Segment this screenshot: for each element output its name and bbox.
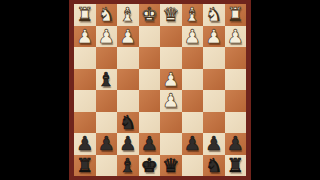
square-g7[interactable]: ♟ xyxy=(96,133,118,155)
piece-black-knight-icon: ♞ xyxy=(205,155,222,176)
square-a4[interactable] xyxy=(225,69,247,91)
piece-white-rook-icon: ♜ xyxy=(227,4,244,25)
piece-white-queen-icon: ♛ xyxy=(162,4,179,25)
square-d3[interactable] xyxy=(160,47,182,69)
square-e8[interactable]: ♚ xyxy=(139,155,161,177)
square-h8[interactable]: ♜ xyxy=(74,155,96,177)
square-e3[interactable] xyxy=(139,47,161,69)
piece-white-rook-icon: ♜ xyxy=(76,4,93,25)
square-d4[interactable]: ♟ xyxy=(160,69,182,91)
piece-white-knight-icon: ♞ xyxy=(205,4,222,25)
square-g5[interactable] xyxy=(96,90,118,112)
square-c5[interactable] xyxy=(182,90,204,112)
square-a7[interactable]: ♟ xyxy=(225,133,247,155)
square-b1[interactable]: ♞ xyxy=(203,4,225,26)
piece-black-bishop-icon: ♝ xyxy=(119,155,136,176)
square-d7[interactable] xyxy=(160,133,182,155)
square-e7[interactable]: ♟ xyxy=(139,133,161,155)
square-g4[interactable]: ♝ xyxy=(96,69,118,91)
square-d6[interactable] xyxy=(160,112,182,134)
square-c3[interactable] xyxy=(182,47,204,69)
piece-black-rook-icon: ♜ xyxy=(76,155,93,176)
square-e4[interactable] xyxy=(139,69,161,91)
square-b6[interactable] xyxy=(203,112,225,134)
square-e1[interactable]: ♚ xyxy=(139,4,161,26)
square-a1[interactable]: ♜ xyxy=(225,4,247,26)
square-e6[interactable] xyxy=(139,112,161,134)
video-frame: ♜♞♝♚♛♝♞♜♟♟♟♟♟♟♝♟♟♞♟♟♟♟♟♟♟♜♝♚♛♞♜ xyxy=(0,0,320,180)
square-c4[interactable] xyxy=(182,69,204,91)
piece-black-pawn-icon: ♟ xyxy=(141,133,158,154)
square-b7[interactable]: ♟ xyxy=(203,133,225,155)
square-b4[interactable] xyxy=(203,69,225,91)
square-a2[interactable]: ♟ xyxy=(225,26,247,48)
square-g2[interactable]: ♟ xyxy=(96,26,118,48)
piece-black-king-icon: ♚ xyxy=(141,155,158,176)
square-d2[interactable] xyxy=(160,26,182,48)
square-g1[interactable]: ♞ xyxy=(96,4,118,26)
board-frame: ♜♞♝♚♛♝♞♜♟♟♟♟♟♟♝♟♟♞♟♟♟♟♟♟♟♜♝♚♛♞♜ xyxy=(69,0,251,180)
square-f4[interactable] xyxy=(117,69,139,91)
square-f6[interactable]: ♞ xyxy=(117,112,139,134)
piece-white-bishop-icon: ♝ xyxy=(184,4,201,25)
square-f7[interactable]: ♟ xyxy=(117,133,139,155)
piece-black-knight-icon: ♞ xyxy=(119,112,136,133)
square-c1[interactable]: ♝ xyxy=(182,4,204,26)
square-h3[interactable] xyxy=(74,47,96,69)
square-b3[interactable] xyxy=(203,47,225,69)
square-f3[interactable] xyxy=(117,47,139,69)
square-h5[interactable] xyxy=(74,90,96,112)
square-h1[interactable]: ♜ xyxy=(74,4,96,26)
piece-black-pawn-icon: ♟ xyxy=(184,133,201,154)
square-d1[interactable]: ♛ xyxy=(160,4,182,26)
square-f2[interactable]: ♟ xyxy=(117,26,139,48)
piece-white-pawn-icon: ♟ xyxy=(162,69,179,90)
piece-white-bishop-icon: ♝ xyxy=(119,4,136,25)
square-c7[interactable]: ♟ xyxy=(182,133,204,155)
square-d8[interactable]: ♛ xyxy=(160,155,182,177)
square-h6[interactable] xyxy=(74,112,96,134)
piece-black-pawn-icon: ♟ xyxy=(76,133,93,154)
piece-black-bishop-icon: ♝ xyxy=(98,69,115,90)
square-c2[interactable]: ♟ xyxy=(182,26,204,48)
square-g8[interactable] xyxy=(96,155,118,177)
square-e2[interactable] xyxy=(139,26,161,48)
piece-white-pawn-icon: ♟ xyxy=(162,90,179,111)
square-d5[interactable]: ♟ xyxy=(160,90,182,112)
chess-board: ♜♞♝♚♛♝♞♜♟♟♟♟♟♟♝♟♟♞♟♟♟♟♟♟♟♜♝♚♛♞♜ xyxy=(74,4,246,176)
square-b5[interactable] xyxy=(203,90,225,112)
square-h7[interactable]: ♟ xyxy=(74,133,96,155)
piece-white-pawn-icon: ♟ xyxy=(76,26,93,47)
square-a8[interactable]: ♜ xyxy=(225,155,247,177)
square-g6[interactable] xyxy=(96,112,118,134)
square-f8[interactable]: ♝ xyxy=(117,155,139,177)
piece-white-king-icon: ♚ xyxy=(141,4,158,25)
piece-black-rook-icon: ♜ xyxy=(227,155,244,176)
piece-black-pawn-icon: ♟ xyxy=(119,133,136,154)
square-a6[interactable] xyxy=(225,112,247,134)
square-e5[interactable] xyxy=(139,90,161,112)
piece-white-knight-icon: ♞ xyxy=(98,4,115,25)
square-h2[interactable]: ♟ xyxy=(74,26,96,48)
piece-white-pawn-icon: ♟ xyxy=(119,26,136,47)
square-a5[interactable] xyxy=(225,90,247,112)
square-f1[interactable]: ♝ xyxy=(117,4,139,26)
piece-black-pawn-icon: ♟ xyxy=(98,133,115,154)
piece-black-pawn-icon: ♟ xyxy=(205,133,222,154)
piece-black-pawn-icon: ♟ xyxy=(227,133,244,154)
square-f5[interactable] xyxy=(117,90,139,112)
square-b8[interactable]: ♞ xyxy=(203,155,225,177)
square-b2[interactable]: ♟ xyxy=(203,26,225,48)
square-c6[interactable] xyxy=(182,112,204,134)
piece-black-queen-icon: ♛ xyxy=(162,155,179,176)
square-a3[interactable] xyxy=(225,47,247,69)
piece-white-pawn-icon: ♟ xyxy=(184,26,201,47)
piece-white-pawn-icon: ♟ xyxy=(205,26,222,47)
square-g3[interactable] xyxy=(96,47,118,69)
piece-white-pawn-icon: ♟ xyxy=(227,26,244,47)
square-h4[interactable] xyxy=(74,69,96,91)
square-c8[interactable] xyxy=(182,155,204,177)
piece-white-pawn-icon: ♟ xyxy=(98,26,115,47)
